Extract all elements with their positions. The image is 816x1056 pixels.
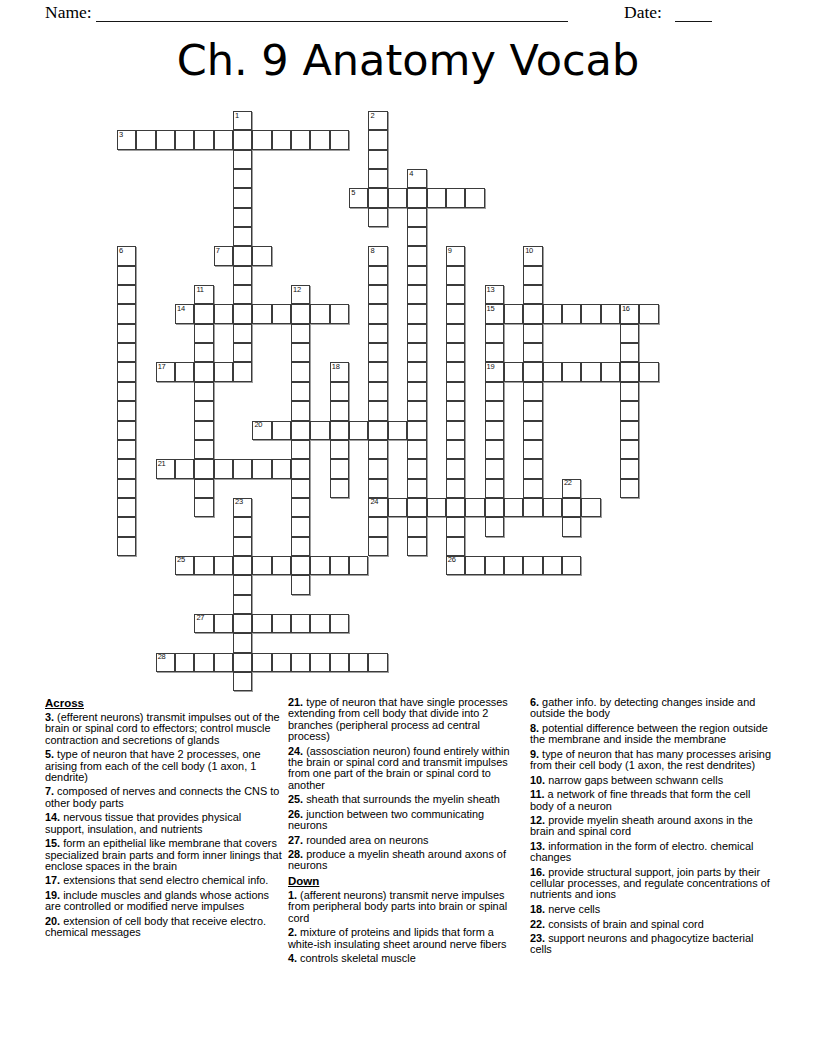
cell-number: 4 [409, 170, 413, 179]
grid-cell[interactable] [194, 382, 213, 401]
grid-cell[interactable] [446, 498, 465, 517]
grid-cell[interactable] [620, 459, 639, 478]
grid-cell[interactable] [291, 324, 310, 343]
grid-cell[interactable] [252, 459, 271, 478]
grid-cell[interactable] [388, 421, 407, 440]
name-blank-line[interactable] [96, 3, 568, 22]
grid-cell[interactable] [620, 421, 639, 440]
grid-cell[interactable] [214, 653, 233, 672]
grid-cell[interactable]: 2 [368, 111, 387, 130]
grid-cell[interactable] [368, 188, 387, 207]
clue-number: 3. [45, 711, 54, 723]
grid-cell[interactable] [214, 459, 233, 478]
grid-cell[interactable] [349, 653, 368, 672]
grid-cell[interactable] [233, 169, 252, 188]
grid-cell[interactable] [233, 343, 252, 362]
grid-cell[interactable]: 23 [233, 498, 252, 517]
grid-cell[interactable] [427, 188, 446, 207]
grid-cell[interactable] [620, 343, 639, 362]
grid-cell[interactable]: 11 [194, 285, 213, 304]
grid-cell[interactable] [272, 459, 291, 478]
clue-number: 11. [530, 788, 545, 800]
grid-cell[interactable] [214, 304, 233, 323]
grid-cell[interactable] [233, 130, 252, 149]
grid-cell[interactable] [272, 556, 291, 575]
grid-cell[interactable] [581, 362, 600, 381]
grid-cell[interactable] [310, 304, 329, 323]
grid-cell[interactable] [388, 498, 407, 517]
grid-cell[interactable]: 20 [252, 421, 271, 440]
grid-cell[interactable] [252, 246, 271, 265]
grid-cell[interactable] [523, 304, 542, 323]
grid-cell[interactable] [368, 653, 387, 672]
grid-cell[interactable] [368, 517, 387, 536]
date-blank-line[interactable] [675, 3, 712, 22]
grid-cell[interactable]: 17 [156, 362, 175, 381]
grid-cell[interactable] [368, 401, 387, 420]
grid-cell[interactable] [291, 614, 310, 633]
grid-cell[interactable] [233, 633, 252, 652]
grid-cell[interactable] [194, 556, 213, 575]
grid-cell[interactable] [233, 304, 252, 323]
grid-cell[interactable]: 27 [194, 614, 213, 633]
worksheet-page: Name: Date: Ch. 9 Anatomy Vocab 12345678… [0, 0, 816, 1056]
grid-cell[interactable] [233, 459, 252, 478]
grid-cell[interactable] [291, 362, 310, 381]
grid-cell[interactable] [368, 208, 387, 227]
grid-cell[interactable] [523, 401, 542, 420]
grid-cell[interactable] [407, 440, 426, 459]
grid-cell[interactable] [523, 266, 542, 285]
grid-cell[interactable] [620, 401, 639, 420]
grid-cell[interactable]: 15 [485, 304, 504, 323]
grid-cell[interactable] [291, 304, 310, 323]
grid-cell[interactable] [523, 459, 542, 478]
grid-cell[interactable] [214, 614, 233, 633]
grid-cell[interactable] [639, 362, 658, 381]
grid-cell[interactable] [446, 343, 465, 362]
grid-cell[interactable] [485, 556, 504, 575]
grid-cell[interactable] [368, 362, 387, 381]
clue-number: 10. [530, 774, 545, 786]
page-title: Ch. 9 Anatomy Vocab [0, 37, 816, 83]
grid-cell[interactable]: 7 [214, 246, 233, 265]
grid-cell[interactable] [330, 556, 349, 575]
clue-text: consists of brain and spinal cord [545, 918, 704, 930]
grid-cell[interactable] [117, 517, 136, 536]
grid-cell[interactable]: 18 [330, 362, 349, 381]
grid-cell[interactable] [485, 498, 504, 517]
grid-cell[interactable] [136, 130, 155, 149]
grid-cell[interactable] [117, 421, 136, 440]
grid-cell[interactable] [310, 130, 329, 149]
grid-cell[interactable]: 13 [485, 285, 504, 304]
grid-cell[interactable] [523, 421, 542, 440]
cell-number: 12 [293, 286, 301, 295]
grid-cell[interactable] [446, 440, 465, 459]
grid-cell[interactable] [407, 343, 426, 362]
grid-cell[interactable] [368, 285, 387, 304]
grid-cell[interactable] [117, 285, 136, 304]
grid-cell[interactable] [252, 304, 271, 323]
grid-cell[interactable] [233, 188, 252, 207]
grid-cell[interactable] [407, 227, 426, 246]
grid-cell[interactable] [117, 266, 136, 285]
grid-cell[interactable] [543, 362, 562, 381]
grid-cell[interactable] [233, 595, 252, 614]
clue-number: 16. [530, 866, 545, 878]
grid-cell[interactable] [272, 304, 291, 323]
grid-cell[interactable] [349, 421, 368, 440]
across-header: Across [45, 697, 282, 709]
grid-cell[interactable] [504, 556, 523, 575]
cell-number: 25 [177, 556, 185, 565]
grid-cell[interactable] [407, 517, 426, 536]
grid-cell[interactable] [407, 208, 426, 227]
grid-cell[interactable] [523, 479, 542, 498]
grid-cell[interactable] [117, 343, 136, 362]
grid-cell[interactable] [233, 672, 252, 691]
grid-cell[interactable] [291, 459, 310, 478]
grid-cell[interactable] [446, 479, 465, 498]
grid-cell[interactable] [330, 653, 349, 672]
grid-cell[interactable] [368, 130, 387, 149]
grid-cell[interactable] [194, 653, 213, 672]
grid-cell[interactable] [117, 498, 136, 517]
clue-text: provide myelin sheath around axons in th… [530, 814, 753, 837]
grid-cell[interactable] [272, 653, 291, 672]
grid-cell[interactable] [407, 285, 426, 304]
grid-cell[interactable] [214, 362, 233, 381]
grid-cell[interactable] [252, 556, 271, 575]
grid-cell[interactable] [427, 498, 446, 517]
grid-cell[interactable] [465, 498, 484, 517]
grid-cell[interactable] [233, 324, 252, 343]
grid-cell[interactable] [330, 614, 349, 633]
grid-cell[interactable] [330, 401, 349, 420]
grid-cell[interactable] [291, 556, 310, 575]
grid-cell[interactable] [214, 130, 233, 149]
grid-cell[interactable] [407, 188, 426, 207]
grid-cell[interactable] [407, 537, 426, 556]
clue-across-24: 24. (assosciation neuron) found entirely… [288, 746, 524, 791]
grid-cell[interactable] [562, 304, 581, 323]
grid-cell[interactable] [233, 614, 252, 633]
grid-cell[interactable] [233, 362, 252, 381]
clue-across-17: 17. extensions that send electro chemica… [45, 875, 282, 886]
cell-number: 5 [351, 189, 355, 198]
grid-cell[interactable] [368, 324, 387, 343]
cell-number: 24 [370, 498, 378, 507]
grid-cell[interactable] [368, 343, 387, 362]
grid-cell[interactable] [368, 382, 387, 401]
grid-cell[interactable] [446, 324, 465, 343]
grid-cell[interactable] [407, 324, 426, 343]
grid-cell[interactable] [117, 324, 136, 343]
down-header: Down [288, 875, 524, 887]
grid-cell[interactable]: 10 [523, 246, 542, 265]
grid-cell[interactable] [194, 401, 213, 420]
grid-cell[interactable]: 21 [156, 459, 175, 478]
grid-cell[interactable] [523, 324, 542, 343]
grid-cell[interactable] [562, 498, 581, 517]
grid-cell[interactable] [368, 150, 387, 169]
clue-text: sheath that surrounds the myelin sheath [303, 793, 500, 805]
grid-cell[interactable] [407, 459, 426, 478]
grid-cell[interactable]: 14 [175, 304, 194, 323]
grid-cell[interactable] [407, 246, 426, 265]
grid-cell[interactable] [291, 479, 310, 498]
clue-text: (assosciation neuron) found entirely wit… [288, 745, 510, 791]
grid-cell[interactable] [407, 266, 426, 285]
grid-cell[interactable] [233, 285, 252, 304]
grid-cell[interactable] [291, 575, 310, 594]
grid-cell[interactable] [194, 304, 213, 323]
grid-cell[interactable] [291, 498, 310, 517]
grid-cell[interactable] [543, 556, 562, 575]
grid-cell[interactable] [523, 343, 542, 362]
grid-cell[interactable] [601, 362, 620, 381]
grid-cell[interactable] [175, 653, 194, 672]
grid-cell[interactable]: 26 [446, 556, 465, 575]
grid-cell[interactable] [407, 421, 426, 440]
grid-cell[interactable] [485, 440, 504, 459]
grid-cell[interactable] [601, 304, 620, 323]
grid-cell[interactable] [446, 285, 465, 304]
grid-cell[interactable] [523, 440, 542, 459]
grid-cell[interactable] [117, 362, 136, 381]
grid-cell[interactable] [523, 382, 542, 401]
grid-cell[interactable] [117, 440, 136, 459]
grid-cell[interactable]: 22 [562, 479, 581, 498]
grid-cell[interactable] [543, 498, 562, 517]
grid-cell[interactable]: 24 [368, 498, 387, 517]
grid-cell[interactable] [310, 556, 329, 575]
grid-cell[interactable] [639, 304, 658, 323]
grid-cell[interactable] [233, 556, 252, 575]
grid-cell[interactable] [368, 169, 387, 188]
clue-number: 19. [45, 889, 60, 901]
grid-cell[interactable] [310, 421, 329, 440]
grid-cell[interactable]: 25 [175, 556, 194, 575]
grid-cell[interactable] [368, 459, 387, 478]
grid-cell[interactable] [485, 343, 504, 362]
grid-cell[interactable] [446, 517, 465, 536]
cell-number: 14 [177, 305, 185, 314]
cell-number: 27 [196, 614, 204, 623]
grid-cell[interactable] [194, 479, 213, 498]
grid-cell[interactable]: 12 [291, 285, 310, 304]
grid-cell[interactable] [368, 266, 387, 285]
grid-cell[interactable] [368, 537, 387, 556]
grid-cell[interactable] [620, 440, 639, 459]
grid-cell[interactable] [446, 362, 465, 381]
grid-cell[interactable] [368, 304, 387, 323]
clue-text: junction between two communicating neuro… [288, 808, 484, 831]
grid-cell[interactable] [194, 362, 213, 381]
grid-cell[interactable] [233, 246, 252, 265]
grid-cell[interactable] [233, 537, 252, 556]
clue-number: 15. [45, 837, 60, 849]
grid-cell[interactable] [485, 324, 504, 343]
clue-across-28: 28. produce a myelin sheath around axons… [288, 849, 524, 872]
grid-cell[interactable] [407, 479, 426, 498]
clue-text: nervous tissue that provides physical su… [45, 811, 241, 834]
grid-cell[interactable] [485, 517, 504, 536]
grid-cell[interactable] [504, 304, 523, 323]
grid-cell[interactable] [620, 324, 639, 343]
grid-cell[interactable] [523, 498, 542, 517]
grid-cell[interactable] [233, 653, 252, 672]
grid-cell[interactable] [117, 479, 136, 498]
grid-cell[interactable] [330, 304, 349, 323]
grid-cell[interactable] [175, 362, 194, 381]
grid-cell[interactable] [388, 188, 407, 207]
grid-cell[interactable] [194, 324, 213, 343]
grid-cell[interactable] [117, 537, 136, 556]
grid-cell[interactable] [368, 479, 387, 498]
grid-cell[interactable] [562, 362, 581, 381]
grid-cell[interactable] [272, 421, 291, 440]
grid-cell[interactable]: 4 [407, 169, 426, 188]
grid-cell[interactable] [562, 556, 581, 575]
grid-cell[interactable] [407, 382, 426, 401]
grid-cell[interactable] [446, 421, 465, 440]
grid-cell[interactable]: 3 [117, 130, 136, 149]
grid-cell[interactable] [330, 421, 349, 440]
grid-cell[interactable] [330, 382, 349, 401]
grid-cell[interactable] [485, 401, 504, 420]
grid-cell[interactable] [117, 459, 136, 478]
grid-cell[interactable] [156, 130, 175, 149]
cell-number: 2 [370, 112, 374, 121]
grid-cell[interactable] [407, 401, 426, 420]
grid-cell[interactable] [117, 382, 136, 401]
grid-cell[interactable] [465, 188, 484, 207]
grid-cell[interactable] [330, 459, 349, 478]
grid-cell[interactable] [233, 266, 252, 285]
clue-across-3: 3. (efferent neurons) transmit impulses … [45, 712, 282, 746]
grid-cell[interactable] [330, 479, 349, 498]
grid-cell[interactable] [252, 614, 271, 633]
grid-cell[interactable] [407, 362, 426, 381]
grid-cell[interactable] [194, 440, 213, 459]
grid-cell[interactable] [252, 130, 271, 149]
grid-cell[interactable] [194, 421, 213, 440]
grid-cell[interactable] [446, 188, 465, 207]
grid-cell[interactable] [117, 304, 136, 323]
grid-cell[interactable] [330, 130, 349, 149]
grid-cell[interactable] [368, 440, 387, 459]
grid-cell[interactable] [446, 382, 465, 401]
grid-cell[interactable]: 5 [349, 188, 368, 207]
grid-cell[interactable] [291, 401, 310, 420]
grid-cell[interactable] [117, 401, 136, 420]
grid-cell[interactable] [291, 382, 310, 401]
grid-cell[interactable] [523, 362, 542, 381]
grid-cell[interactable] [620, 362, 639, 381]
grid-cell[interactable] [485, 421, 504, 440]
grid-cell[interactable]: 9 [446, 246, 465, 265]
grid-cell[interactable] [272, 130, 291, 149]
grid-cell[interactable] [446, 459, 465, 478]
grid-cell[interactable] [175, 459, 194, 478]
grid-cell[interactable] [233, 150, 252, 169]
grid-cell[interactable] [291, 343, 310, 362]
grid-cell[interactable] [485, 382, 504, 401]
grid-cell[interactable]: 6 [117, 246, 136, 265]
grid-cell[interactable] [291, 440, 310, 459]
grid-cell[interactable] [233, 517, 252, 536]
grid-cell[interactable] [368, 421, 387, 440]
clue-text: provide structural support, join parts b… [530, 866, 770, 901]
grid-cell[interactable] [485, 459, 504, 478]
cell-number: 23 [235, 498, 243, 507]
grid-cell[interactable] [446, 537, 465, 556]
grid-cell[interactable] [407, 498, 426, 517]
clue-across-20: 20. extension of cell body that receive … [45, 916, 282, 939]
grid-cell[interactable] [233, 227, 252, 246]
grid-cell[interactable] [252, 653, 271, 672]
grid-cell[interactable] [291, 421, 310, 440]
grid-cell[interactable] [310, 653, 329, 672]
grid-cell[interactable] [446, 304, 465, 323]
grid-cell[interactable] [349, 556, 368, 575]
grid-cell[interactable]: 19 [485, 362, 504, 381]
grid-cell[interactable] [194, 459, 213, 478]
grid-cell[interactable]: 28 [156, 653, 175, 672]
grid-cell[interactable] [291, 653, 310, 672]
grid-cell[interactable]: 8 [368, 246, 387, 265]
grid-cell[interactable] [330, 440, 349, 459]
grid-cell[interactable] [272, 614, 291, 633]
grid-cell[interactable] [446, 266, 465, 285]
grid-cell[interactable] [214, 556, 233, 575]
grid-cell[interactable] [175, 130, 194, 149]
grid-cell[interactable] [523, 285, 542, 304]
grid-cell[interactable] [233, 575, 252, 594]
grid-cell[interactable] [291, 537, 310, 556]
grid-cell[interactable] [620, 382, 639, 401]
grid-cell[interactable] [504, 362, 523, 381]
grid-cell[interactable] [407, 304, 426, 323]
grid-cell[interactable] [523, 556, 542, 575]
grid-cell[interactable] [465, 556, 484, 575]
grid-cell[interactable] [310, 614, 329, 633]
grid-cell[interactable] [562, 517, 581, 536]
grid-cell[interactable] [543, 304, 562, 323]
grid-cell[interactable] [291, 517, 310, 536]
grid-cell[interactable]: 16 [620, 304, 639, 323]
grid-cell[interactable] [620, 479, 639, 498]
grid-cell[interactable]: 1 [233, 111, 252, 130]
grid-cell[interactable] [581, 498, 600, 517]
grid-cell[interactable] [194, 498, 213, 517]
grid-cell[interactable] [194, 130, 213, 149]
clue-text: mixture of proteins and lipids that form… [288, 926, 507, 949]
clue-number: 4. [288, 952, 297, 964]
cell-number: 11 [196, 286, 203, 295]
grid-cell[interactable] [581, 304, 600, 323]
grid-cell[interactable] [291, 130, 310, 149]
clue-number: 2. [288, 926, 297, 938]
grid-cell[interactable] [194, 343, 213, 362]
grid-cell[interactable] [504, 498, 523, 517]
grid-cell[interactable] [485, 479, 504, 498]
clue-column: Across3. (efferent neurons) transmit imp… [45, 697, 288, 942]
grid-cell[interactable] [233, 208, 252, 227]
grid-cell[interactable] [446, 401, 465, 420]
